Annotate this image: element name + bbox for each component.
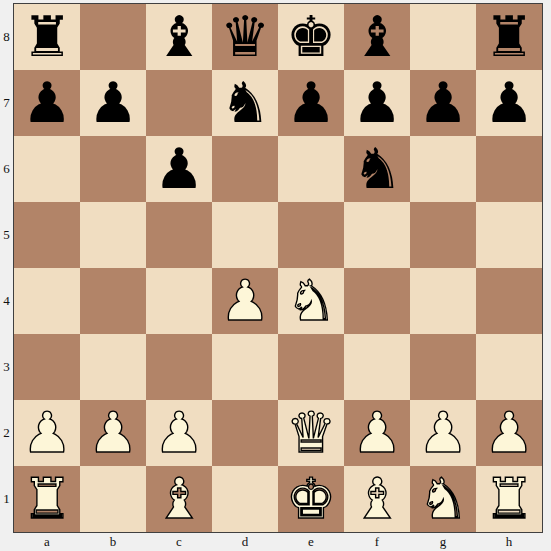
square-c4[interactable]	[146, 268, 212, 334]
square-a2[interactable]: ♟	[14, 400, 80, 466]
black-pawn-e7[interactable]: ♟	[286, 70, 336, 136]
square-b8[interactable]	[80, 4, 146, 70]
square-g3[interactable]	[410, 334, 476, 400]
rank-label-4: 4	[0, 268, 13, 334]
rank-label-8: 8	[0, 4, 13, 70]
square-e6[interactable]	[278, 136, 344, 202]
square-e2[interactable]: ♛	[278, 400, 344, 466]
file-label-a: a	[14, 533, 80, 551]
rank-label-6: 6	[0, 136, 13, 202]
white-bishop-c1[interactable]: ♝	[154, 466, 204, 532]
square-g8[interactable]	[410, 4, 476, 70]
file-label-e: e	[278, 533, 344, 551]
square-g5[interactable]	[410, 202, 476, 268]
square-g6[interactable]	[410, 136, 476, 202]
square-h6[interactable]	[476, 136, 542, 202]
square-d4[interactable]: ♟	[212, 268, 278, 334]
black-queen-d8[interactable]: ♛	[220, 4, 270, 70]
file-label-h: h	[476, 533, 542, 551]
white-pawn-h2[interactable]: ♟	[484, 400, 534, 466]
square-b6[interactable]	[80, 136, 146, 202]
square-f6[interactable]: ♞	[344, 136, 410, 202]
square-h8[interactable]: ♜	[476, 4, 542, 70]
white-pawn-f2[interactable]: ♟	[352, 400, 402, 466]
square-e3[interactable]	[278, 334, 344, 400]
chess-board: ♜♝♛♚♝♜♟♟♞♟♟♟♟♟♞♟♞♟♟♟♛♟♟♟♜♝♚♝♞♜	[13, 3, 543, 533]
square-f7[interactable]: ♟	[344, 70, 410, 136]
square-a3[interactable]	[14, 334, 80, 400]
square-e8[interactable]: ♚	[278, 4, 344, 70]
white-pawn-b2[interactable]: ♟	[88, 400, 138, 466]
square-f4[interactable]	[344, 268, 410, 334]
black-king-e8[interactable]: ♚	[286, 4, 336, 70]
square-e7[interactable]: ♟	[278, 70, 344, 136]
square-h1[interactable]: ♜	[476, 466, 542, 532]
black-pawn-c6[interactable]: ♟	[154, 136, 204, 202]
square-d6[interactable]	[212, 136, 278, 202]
rank-label-5: 5	[0, 202, 13, 268]
square-d2[interactable]	[212, 400, 278, 466]
square-g1[interactable]: ♞	[410, 466, 476, 532]
black-bishop-f8[interactable]: ♝	[352, 4, 402, 70]
black-knight-d7[interactable]: ♞	[220, 70, 270, 136]
file-labels: abcdefgh	[14, 533, 542, 551]
rank-label-1: 1	[0, 466, 13, 532]
square-c5[interactable]	[146, 202, 212, 268]
square-h7[interactable]: ♟	[476, 70, 542, 136]
black-pawn-f7[interactable]: ♟	[352, 70, 402, 136]
rank-label-3: 3	[0, 334, 13, 400]
square-h3[interactable]	[476, 334, 542, 400]
square-a5[interactable]	[14, 202, 80, 268]
square-a7[interactable]: ♟	[14, 70, 80, 136]
square-f2[interactable]: ♟	[344, 400, 410, 466]
black-pawn-a7[interactable]: ♟	[22, 70, 72, 136]
black-rook-a8[interactable]: ♜	[22, 4, 72, 70]
square-e5[interactable]	[278, 202, 344, 268]
square-d8[interactable]: ♛	[212, 4, 278, 70]
square-h4[interactable]	[476, 268, 542, 334]
chess-board-window: 87654321 ♜♝♛♚♝♜♟♟♞♟♟♟♟♟♞♟♞♟♟♟♛♟♟♟♜♝♚♝♞♜ …	[0, 0, 551, 551]
white-knight-g1[interactable]: ♞	[418, 466, 468, 532]
white-pawn-c2[interactable]: ♟	[154, 400, 204, 466]
square-g2[interactable]: ♟	[410, 400, 476, 466]
square-a4[interactable]	[14, 268, 80, 334]
white-pawn-d4[interactable]: ♟	[220, 268, 270, 334]
black-pawn-b7[interactable]: ♟	[88, 70, 138, 136]
black-rook-h8[interactable]: ♜	[484, 4, 534, 70]
square-b2[interactable]: ♟	[80, 400, 146, 466]
white-rook-a1[interactable]: ♜	[22, 466, 72, 532]
white-knight-e4[interactable]: ♞	[286, 268, 336, 334]
square-f5[interactable]	[344, 202, 410, 268]
square-c3[interactable]	[146, 334, 212, 400]
white-bishop-f1[interactable]: ♝	[352, 466, 402, 532]
square-f3[interactable]	[344, 334, 410, 400]
rank-labels: 87654321	[0, 4, 13, 532]
square-e4[interactable]: ♞	[278, 268, 344, 334]
square-f1[interactable]: ♝	[344, 466, 410, 532]
square-d1[interactable]	[212, 466, 278, 532]
white-king-e1[interactable]: ♚	[286, 466, 336, 532]
white-pawn-g2[interactable]: ♟	[418, 400, 468, 466]
square-c1[interactable]: ♝	[146, 466, 212, 532]
square-h2[interactable]: ♟	[476, 400, 542, 466]
square-d7[interactable]: ♞	[212, 70, 278, 136]
black-knight-f6[interactable]: ♞	[352, 136, 402, 202]
file-label-g: g	[410, 533, 476, 551]
square-b4[interactable]	[80, 268, 146, 334]
rank-label-7: 7	[0, 70, 13, 136]
black-pawn-g7[interactable]: ♟	[418, 70, 468, 136]
file-label-b: b	[80, 533, 146, 551]
square-b5[interactable]	[80, 202, 146, 268]
square-b7[interactable]: ♟	[80, 70, 146, 136]
white-pawn-a2[interactable]: ♟	[22, 400, 72, 466]
file-label-f: f	[344, 533, 410, 551]
square-e1[interactable]: ♚	[278, 466, 344, 532]
file-label-c: c	[146, 533, 212, 551]
file-label-d: d	[212, 533, 278, 551]
square-c2[interactable]: ♟	[146, 400, 212, 466]
square-a1[interactable]: ♜	[14, 466, 80, 532]
square-g7[interactable]: ♟	[410, 70, 476, 136]
rank-label-2: 2	[0, 400, 13, 466]
square-d5[interactable]	[212, 202, 278, 268]
square-f8[interactable]: ♝	[344, 4, 410, 70]
square-a8[interactable]: ♜	[14, 4, 80, 70]
black-pawn-h7[interactable]: ♟	[484, 70, 534, 136]
white-rook-h1[interactable]: ♜	[484, 466, 534, 532]
square-a6[interactable]	[14, 136, 80, 202]
square-c6[interactable]: ♟	[146, 136, 212, 202]
square-d3[interactable]	[212, 334, 278, 400]
square-b1[interactable]	[80, 466, 146, 532]
black-bishop-c8[interactable]: ♝	[154, 4, 204, 70]
square-c8[interactable]: ♝	[146, 4, 212, 70]
square-b3[interactable]	[80, 334, 146, 400]
square-h5[interactable]	[476, 202, 542, 268]
square-g4[interactable]	[410, 268, 476, 334]
white-queen-e2[interactable]: ♛	[286, 400, 336, 466]
square-c7[interactable]	[146, 70, 212, 136]
